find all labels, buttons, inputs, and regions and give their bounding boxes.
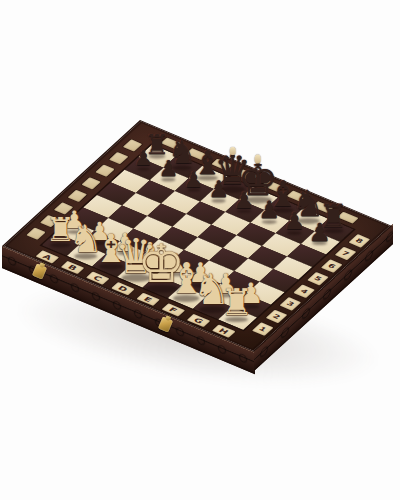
file-label-g: G: [187, 314, 211, 327]
file-label-b: B: [61, 261, 85, 274]
piece-black-pawn-b7[interactable]: ♟: [159, 158, 179, 180]
file-label-h: H: [212, 324, 236, 337]
light-finial-icon: [230, 147, 236, 155]
file-label-a: A: [35, 250, 59, 263]
frame-tile: [109, 152, 129, 164]
piece-black-pawn-e7[interactable]: ♟: [234, 189, 255, 212]
light-finial-icon: [255, 154, 261, 163]
rank-label-2: 2: [266, 310, 288, 324]
frame-tile: [81, 177, 101, 189]
rank-label-4: 4: [293, 284, 315, 298]
piece-black-pawn-h7[interactable]: ♟: [308, 219, 330, 244]
rank-label-8: 8: [348, 234, 370, 248]
frame-tile: [68, 190, 88, 202]
rank-label-1: 1: [252, 322, 274, 336]
file-label-c: C: [86, 271, 110, 284]
chess-set-photo: ABCDEFGH 87654321 ♜♞♝♛♚♝♞♜♟♟♟♟♟♟♟♟♟♟♟♟♟♟…: [0, 0, 400, 500]
rank-label-7: 7: [335, 247, 357, 261]
rank-label-5: 5: [307, 272, 329, 286]
piece-white-rook-h1[interactable]: ♜: [220, 284, 253, 321]
frame-tile: [95, 164, 115, 176]
piece-black-pawn-d7[interactable]: ♟: [209, 178, 230, 201]
frame-tile: [26, 227, 46, 239]
file-label-d: D: [111, 282, 135, 295]
rank-label-6: 6: [321, 259, 343, 273]
piece-black-pawn-c7[interactable]: ♟: [184, 169, 204, 191]
file-label-f: F: [161, 303, 185, 316]
piece-black-pawn-a7[interactable]: ♟: [134, 148, 153, 169]
piece-black-pawn-g7[interactable]: ♟: [284, 209, 306, 233]
rank-label-3: 3: [279, 297, 301, 311]
piece-black-pawn-f7[interactable]: ♟: [259, 199, 281, 223]
